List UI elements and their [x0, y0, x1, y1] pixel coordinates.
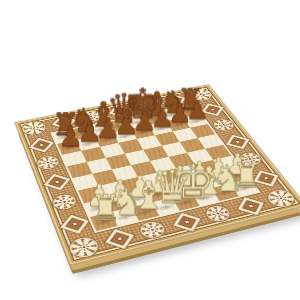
diamond-ornament [237, 197, 263, 215]
rosette-ornament [35, 154, 61, 170]
rosette-ornament [211, 118, 237, 132]
diamond-ornament [28, 138, 54, 153]
rosette-ornament [203, 204, 233, 224]
piece-white-rook-a1[interactable]: ♜ [89, 190, 122, 226]
rosette-ornament [137, 220, 167, 241]
rosette-ornament [51, 193, 79, 212]
chess-set-photo: ♜♞♝♛♚♝♞♜♟♟♟♟♟♟♟♟♟♟♟♟♟♟♟♟♜♞♝♛♚♝♞♜ [0, 0, 300, 300]
diamond-ornament [43, 174, 70, 191]
rosette-ornament [263, 188, 298, 209]
diamond-ornament [172, 213, 200, 232]
rosette-ornament [20, 120, 47, 137]
board-tilt-wrapper: ♜♞♝♛♚♝♞♜♟♟♟♟♟♟♟♟♟♟♟♟♟♟♟♟♜♞♝♛♚♝♞♜ [17, 86, 300, 263]
rosette-ornament [66, 235, 100, 260]
diamond-ornament [60, 215, 89, 234]
diamond-ornament [104, 229, 133, 249]
